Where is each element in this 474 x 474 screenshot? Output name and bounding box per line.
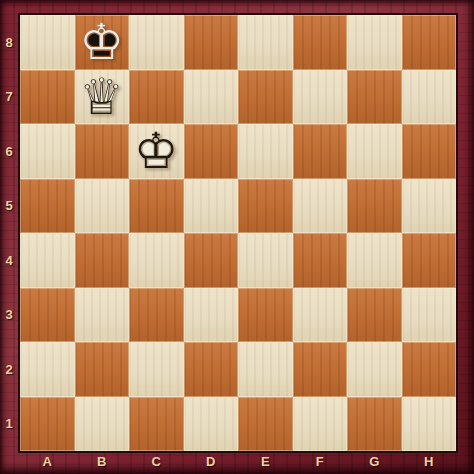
square-d6[interactable] [184, 124, 239, 179]
black-king[interactable]: ♚♔ [75, 15, 130, 70]
file-label-g: G [347, 453, 402, 470]
square-d2[interactable] [184, 342, 239, 397]
black-king-outline-glyph: ♔ [75, 15, 130, 70]
square-d8[interactable] [184, 15, 239, 70]
square-a8[interactable] [20, 15, 75, 70]
white-queen-fill-glyph: ♛ [75, 70, 130, 125]
file-label-e: E [238, 453, 293, 470]
square-g3[interactable] [347, 288, 402, 343]
file-labels: ABCDEFGH [20, 453, 456, 470]
square-h7[interactable] [402, 70, 457, 125]
square-e6[interactable] [238, 124, 293, 179]
rank-labels: 87654321 [0, 15, 18, 451]
square-b7[interactable]: ♛♕ [75, 70, 130, 125]
file-label-d: D [184, 453, 239, 470]
square-a5[interactable] [20, 179, 75, 234]
rank-label-7: 7 [0, 70, 18, 125]
square-b6[interactable] [75, 124, 130, 179]
square-c3[interactable] [129, 288, 184, 343]
square-f4[interactable] [293, 233, 348, 288]
square-h1[interactable] [402, 397, 457, 452]
square-e3[interactable] [238, 288, 293, 343]
square-h5[interactable] [402, 179, 457, 234]
square-d4[interactable] [184, 233, 239, 288]
square-c8[interactable] [129, 15, 184, 70]
rank-label-8: 8 [0, 15, 18, 70]
square-e4[interactable] [238, 233, 293, 288]
square-a3[interactable] [20, 288, 75, 343]
file-label-h: H [402, 453, 457, 470]
square-g5[interactable] [347, 179, 402, 234]
square-c2[interactable] [129, 342, 184, 397]
file-label-a: A [20, 453, 75, 470]
square-d7[interactable] [184, 70, 239, 125]
square-e1[interactable] [238, 397, 293, 452]
white-king-fill-glyph: ♚ [129, 124, 184, 179]
square-f6[interactable] [293, 124, 348, 179]
chess-diagram: 87654321 ABCDEFGH ♚♔♛♕♚♔ [0, 0, 474, 474]
square-b8[interactable]: ♚♔ [75, 15, 130, 70]
rank-label-6: 6 [0, 124, 18, 179]
white-queen-outline-glyph: ♕ [75, 70, 130, 125]
square-f1[interactable] [293, 397, 348, 452]
square-e5[interactable] [238, 179, 293, 234]
square-f2[interactable] [293, 342, 348, 397]
square-a2[interactable] [20, 342, 75, 397]
white-king[interactable]: ♚♔ [129, 124, 184, 179]
square-f5[interactable] [293, 179, 348, 234]
rank-label-5: 5 [0, 179, 18, 234]
square-g2[interactable] [347, 342, 402, 397]
file-label-c: C [129, 453, 184, 470]
square-e7[interactable] [238, 70, 293, 125]
square-a6[interactable] [20, 124, 75, 179]
square-g1[interactable] [347, 397, 402, 452]
rank-label-3: 3 [0, 288, 18, 343]
chess-board: ♚♔♛♕♚♔ [18, 13, 458, 453]
square-c6[interactable]: ♚♔ [129, 124, 184, 179]
square-b4[interactable] [75, 233, 130, 288]
square-g4[interactable] [347, 233, 402, 288]
square-d5[interactable] [184, 179, 239, 234]
square-e2[interactable] [238, 342, 293, 397]
square-g7[interactable] [347, 70, 402, 125]
square-a4[interactable] [20, 233, 75, 288]
white-queen[interactable]: ♛♕ [75, 70, 130, 125]
square-h2[interactable] [402, 342, 457, 397]
rank-label-2: 2 [0, 342, 18, 397]
square-h6[interactable] [402, 124, 457, 179]
square-g6[interactable] [347, 124, 402, 179]
file-label-f: F [293, 453, 348, 470]
square-d3[interactable] [184, 288, 239, 343]
square-c5[interactable] [129, 179, 184, 234]
rank-label-1: 1 [0, 397, 18, 452]
square-h3[interactable] [402, 288, 457, 343]
square-a7[interactable] [20, 70, 75, 125]
square-e8[interactable] [238, 15, 293, 70]
rank-label-4: 4 [0, 233, 18, 288]
square-f7[interactable] [293, 70, 348, 125]
black-king-fill-glyph: ♚ [75, 15, 130, 70]
square-h8[interactable] [402, 15, 457, 70]
square-c7[interactable] [129, 70, 184, 125]
white-king-outline-glyph: ♔ [129, 124, 184, 179]
square-f8[interactable] [293, 15, 348, 70]
square-b5[interactable] [75, 179, 130, 234]
square-f3[interactable] [293, 288, 348, 343]
square-a1[interactable] [20, 397, 75, 452]
square-g8[interactable] [347, 15, 402, 70]
square-b1[interactable] [75, 397, 130, 452]
square-b3[interactable] [75, 288, 130, 343]
square-c4[interactable] [129, 233, 184, 288]
square-c1[interactable] [129, 397, 184, 452]
square-h4[interactable] [402, 233, 457, 288]
square-b2[interactable] [75, 342, 130, 397]
file-label-b: B [75, 453, 130, 470]
square-d1[interactable] [184, 397, 239, 452]
